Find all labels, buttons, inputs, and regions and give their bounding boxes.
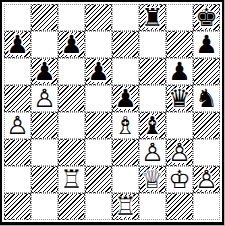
square-e6[interactable]	[112, 58, 139, 85]
square-a2[interactable]	[4, 166, 31, 193]
square-b4[interactable]	[31, 112, 58, 139]
square-g1[interactable]	[166, 193, 193, 220]
piece-black-rook: ♜	[140, 5, 165, 30]
square-b6[interactable]: ♟♟	[31, 58, 58, 85]
piece-background-mask: ♛	[167, 86, 192, 111]
square-d5[interactable]	[85, 85, 112, 112]
piece-black-queen: ♛	[167, 86, 192, 111]
piece-black-pawn: ♟	[86, 59, 111, 84]
piece-background-mask: ♟	[167, 140, 192, 165]
square-d4[interactable]	[85, 112, 112, 139]
piece-background-mask: ♟	[5, 32, 30, 57]
square-h4[interactable]	[193, 112, 220, 139]
square-b8[interactable]	[31, 4, 58, 31]
square-d3[interactable]	[85, 139, 112, 166]
piece-background-mask: ♞	[194, 86, 219, 111]
square-f5[interactable]	[139, 85, 166, 112]
square-h7[interactable]: ♟♟	[193, 31, 220, 58]
square-h5[interactable]: ♞♞	[193, 85, 220, 112]
square-e8[interactable]	[112, 4, 139, 31]
piece-white-pawn: ♙	[32, 86, 57, 111]
piece-background-mask: ♝	[140, 113, 165, 138]
square-c6[interactable]	[58, 58, 85, 85]
board-border: ♜♜♚♚♟♟♟♟♟♟♟♟♟♟♟♟♟♙♟♟♛♛♞♞♟♙♝♗♝♝♟♙♟♙♜♖♛♕♚♔…	[0, 0, 224, 225]
piece-white-pawn: ♙	[5, 113, 30, 138]
square-h3[interactable]	[193, 139, 220, 166]
square-d2[interactable]	[85, 166, 112, 193]
piece-white-pawn: ♙	[140, 140, 165, 165]
square-a8[interactable]	[4, 4, 31, 31]
piece-white-pawn: ♙	[194, 167, 219, 192]
piece-background-mask: ♟	[194, 167, 219, 192]
square-f2[interactable]: ♛♕	[139, 166, 166, 193]
piece-background-mask: ♟	[194, 32, 219, 57]
square-f8[interactable]: ♜♜	[139, 4, 166, 31]
piece-black-pawn: ♟	[113, 86, 138, 111]
square-f1[interactable]	[139, 193, 166, 220]
square-a5[interactable]	[4, 85, 31, 112]
piece-background-mask: ♟	[32, 86, 57, 111]
piece-black-bishop: ♝	[140, 113, 165, 138]
chess-board: ♜♜♚♚♟♟♟♟♟♟♟♟♟♟♟♟♟♙♟♟♛♛♞♞♟♙♝♗♝♝♟♙♟♙♜♖♛♕♚♔…	[4, 4, 220, 220]
square-d6[interactable]: ♟♟	[85, 58, 112, 85]
square-h8[interactable]: ♚♚	[193, 4, 220, 31]
piece-background-mask: ♟	[140, 140, 165, 165]
piece-black-pawn: ♟	[32, 59, 57, 84]
square-g8[interactable]	[166, 4, 193, 31]
square-g3[interactable]: ♟♙	[166, 139, 193, 166]
square-h1[interactable]	[193, 193, 220, 220]
square-f7[interactable]	[139, 31, 166, 58]
square-f3[interactable]: ♟♙	[139, 139, 166, 166]
square-c4[interactable]	[58, 112, 85, 139]
piece-background-mask: ♟	[86, 59, 111, 84]
piece-background-mask: ♜	[113, 194, 138, 219]
piece-black-knight: ♞	[194, 86, 219, 111]
square-c8[interactable]	[58, 4, 85, 31]
square-e2[interactable]	[112, 166, 139, 193]
square-h6[interactable]	[193, 58, 220, 85]
piece-white-queen: ♕	[140, 167, 165, 192]
square-a6[interactable]	[4, 58, 31, 85]
piece-white-bishop: ♗	[113, 113, 138, 138]
piece-background-mask: ♚	[194, 5, 219, 30]
square-b2[interactable]	[31, 166, 58, 193]
square-e5[interactable]: ♟♟	[112, 85, 139, 112]
piece-white-pawn: ♙	[167, 140, 192, 165]
piece-black-pawn: ♟	[5, 32, 30, 57]
piece-black-pawn: ♟	[167, 59, 192, 84]
square-a4[interactable]: ♟♙	[4, 112, 31, 139]
square-e7[interactable]	[112, 31, 139, 58]
square-b7[interactable]	[31, 31, 58, 58]
square-e1[interactable]: ♜♖	[112, 193, 139, 220]
square-c7[interactable]: ♟♟	[58, 31, 85, 58]
square-a1[interactable]	[4, 193, 31, 220]
piece-background-mask: ♛	[140, 167, 165, 192]
piece-background-mask: ♟	[5, 113, 30, 138]
square-d1[interactable]	[85, 193, 112, 220]
piece-white-rook: ♖	[113, 194, 138, 219]
square-b1[interactable]	[31, 193, 58, 220]
piece-background-mask: ♟	[113, 86, 138, 111]
piece-background-mask: ♜	[59, 167, 84, 192]
square-f4[interactable]: ♝♝	[139, 112, 166, 139]
piece-background-mask: ♝	[113, 113, 138, 138]
square-h2[interactable]: ♟♙	[193, 166, 220, 193]
piece-black-pawn: ♟	[194, 32, 219, 57]
piece-background-mask: ♟	[59, 32, 84, 57]
square-g6[interactable]: ♟♟	[166, 58, 193, 85]
piece-background-mask: ♟	[32, 59, 57, 84]
square-a3[interactable]	[4, 139, 31, 166]
square-g5[interactable]: ♛♛	[166, 85, 193, 112]
diagram-frame: ♜♜♚♚♟♟♟♟♟♟♟♟♟♟♟♟♟♙♟♟♛♛♞♞♟♙♝♗♝♝♟♙♟♙♜♖♛♕♚♔…	[0, 0, 225, 226]
square-c5[interactable]	[58, 85, 85, 112]
piece-white-rook: ♖	[59, 167, 84, 192]
square-d7[interactable]	[85, 31, 112, 58]
square-g7[interactable]	[166, 31, 193, 58]
square-b5[interactable]: ♟♙	[31, 85, 58, 112]
square-g2[interactable]: ♚♔	[166, 166, 193, 193]
square-c1[interactable]	[58, 193, 85, 220]
square-e4[interactable]: ♝♗	[112, 112, 139, 139]
piece-white-king: ♔	[167, 167, 192, 192]
piece-black-king: ♚	[194, 5, 219, 30]
piece-black-pawn: ♟	[59, 32, 84, 57]
square-a7[interactable]: ♟♟	[4, 31, 31, 58]
piece-background-mask: ♜	[140, 5, 165, 30]
square-e3[interactable]	[112, 139, 139, 166]
square-c3[interactable]	[58, 139, 85, 166]
square-g4[interactable]	[166, 112, 193, 139]
square-d8[interactable]	[85, 4, 112, 31]
square-b3[interactable]	[31, 139, 58, 166]
piece-background-mask: ♟	[167, 59, 192, 84]
square-c2[interactable]: ♜♖	[58, 166, 85, 193]
piece-background-mask: ♚	[167, 167, 192, 192]
square-f6[interactable]	[139, 58, 166, 85]
